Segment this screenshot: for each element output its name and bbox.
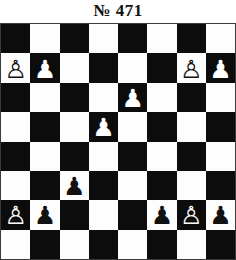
square-c6	[60, 83, 89, 112]
black-pawn: ♟	[63, 174, 85, 199]
square-e5	[118, 112, 147, 141]
square-g4	[177, 142, 206, 171]
square-h2: ♟	[206, 200, 235, 229]
square-c5	[60, 112, 89, 141]
black-pawn: ♟	[121, 86, 143, 111]
square-e7	[118, 53, 147, 82]
square-h5	[206, 112, 235, 141]
square-c8	[60, 24, 89, 53]
square-d5: ♟	[89, 112, 118, 141]
square-f4	[147, 142, 176, 171]
square-g7: ♙	[177, 53, 206, 82]
square-g5	[177, 112, 206, 141]
square-d4	[89, 142, 118, 171]
square-f3	[147, 171, 176, 200]
square-c4	[60, 142, 89, 171]
white-pawn: ♙	[4, 57, 26, 82]
square-b8	[30, 24, 59, 53]
square-e1	[118, 230, 147, 259]
black-pawn: ♟	[209, 57, 231, 82]
square-c7	[60, 53, 89, 82]
square-d1	[89, 230, 118, 259]
square-c2	[60, 200, 89, 229]
square-b2: ♟	[30, 200, 59, 229]
square-a8	[1, 24, 30, 53]
black-pawn: ♟	[151, 203, 173, 228]
square-b4	[30, 142, 59, 171]
square-a5	[1, 112, 30, 141]
square-b5	[30, 112, 59, 141]
square-g1	[177, 230, 206, 259]
square-b6	[30, 83, 59, 112]
square-g6	[177, 83, 206, 112]
square-f6	[147, 83, 176, 112]
square-e3	[118, 171, 147, 200]
square-f2: ♟	[147, 200, 176, 229]
square-h3	[206, 171, 235, 200]
square-g3	[177, 171, 206, 200]
square-e2	[118, 200, 147, 229]
chess-board: ♙♟♙♟♟♟♟♙♟♟♙♟	[0, 23, 236, 260]
square-a6	[1, 83, 30, 112]
square-e4	[118, 142, 147, 171]
square-f7	[147, 53, 176, 82]
square-c3: ♟	[60, 171, 89, 200]
square-g2: ♙	[177, 200, 206, 229]
square-h6	[206, 83, 235, 112]
square-e6: ♟	[118, 83, 147, 112]
square-b1	[30, 230, 59, 259]
black-pawn: ♟	[209, 203, 231, 228]
black-pawn: ♟	[34, 203, 56, 228]
square-d3	[89, 171, 118, 200]
white-pawn: ♙	[4, 203, 26, 228]
square-d7	[89, 53, 118, 82]
square-a1	[1, 230, 30, 259]
square-a3	[1, 171, 30, 200]
square-b7: ♟	[30, 53, 59, 82]
square-f5	[147, 112, 176, 141]
white-pawn: ♙	[180, 57, 202, 82]
square-f8	[147, 24, 176, 53]
square-h4	[206, 142, 235, 171]
diagram-page: № 471 ♙♟♙♟♟♟♟♙♟♟♙♟	[0, 0, 236, 260]
square-h7: ♟	[206, 53, 235, 82]
black-pawn: ♟	[92, 115, 114, 140]
square-f1	[147, 230, 176, 259]
square-d2	[89, 200, 118, 229]
square-d8	[89, 24, 118, 53]
white-pawn: ♙	[180, 203, 202, 228]
square-a4	[1, 142, 30, 171]
square-c1	[60, 230, 89, 259]
square-e8	[118, 24, 147, 53]
square-a2: ♙	[1, 200, 30, 229]
square-g8	[177, 24, 206, 53]
square-b3	[30, 171, 59, 200]
square-h8	[206, 24, 235, 53]
square-d6	[89, 83, 118, 112]
square-a7: ♙	[1, 53, 30, 82]
square-h1	[206, 230, 235, 259]
black-pawn: ♟	[34, 57, 56, 82]
puzzle-number-title: № 471	[0, 0, 236, 22]
